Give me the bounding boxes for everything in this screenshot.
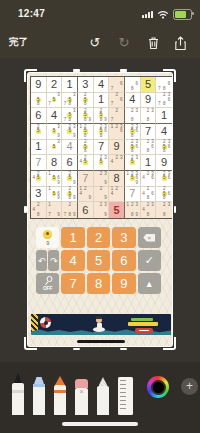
candidate-marks: 58 [32, 93, 46, 107]
cell-r5c2[interactable]: 35 [47, 140, 63, 156]
candidate-marks: 2368 [141, 140, 155, 154]
cell-r2c9[interactable]: 23678 [156, 93, 172, 109]
lifebuoy-icon [40, 317, 51, 328]
cell-r5c7[interactable]: 23568 [125, 140, 141, 156]
key-9[interactable]: 9 [112, 273, 135, 294]
given-digit: 1 [35, 141, 41, 152]
given-digit: 6 [67, 157, 73, 168]
undo-icon[interactable]: ↺ [87, 35, 103, 51]
candidate-marks: 239 [94, 172, 108, 186]
cell-r8c4[interactable]: 1249 [78, 187, 94, 203]
crop-handle-bottom-right[interactable] [163, 337, 176, 350]
crop-handle-top-2[interactable] [120, 69, 127, 72]
cell-r3c8[interactable]: 238 [141, 108, 157, 124]
cell-r7c4[interactable]: 7 [78, 171, 94, 187]
given-digit: 9 [161, 157, 167, 168]
entered-digit: 5 [114, 205, 120, 216]
candidate-marks: 239 [94, 203, 108, 218]
cell-r6c4[interactable]: 245 [78, 155, 94, 171]
candidate-marks: 2789 [63, 203, 77, 218]
selected-color-swatch [151, 380, 166, 395]
cell-r2c6[interactable]: 267 [109, 93, 125, 109]
key-2[interactable]: 2 [87, 227, 110, 248]
screenshot-markup-editor: 12:47 完了 ↺ ↻ 9213467685678583573 [0, 0, 200, 433]
cell-r4c9[interactable]: 4 [156, 124, 172, 140]
cell-r5c4[interactable]: 258 [78, 140, 94, 156]
cell-r9c8[interactable]: 2348 [141, 202, 157, 218]
candidate-marks: 267 [110, 93, 124, 107]
lasso-tool[interactable] [97, 377, 109, 415]
crop-handle-bottom[interactable] [73, 348, 80, 351]
candidate-marks: 2468 [141, 187, 155, 201]
candidate-marks: 238 [126, 109, 140, 123]
redo-icon[interactable]: ↻ [116, 35, 132, 51]
cell-r9c5[interactable]: 239 [94, 202, 110, 218]
trash-icon[interactable] [145, 35, 161, 51]
given-digit: 4 [129, 94, 135, 105]
given-digit: 6 [35, 110, 41, 121]
candidate-marks: 23568 [157, 140, 172, 154]
candidate-marks: 2589 [63, 187, 77, 201]
cell-r1c2[interactable]: 2 [47, 77, 63, 93]
cell-r4c2[interactable]: 359 [47, 124, 63, 140]
candidate-marks: 238 [141, 109, 155, 123]
key-1[interactable]: 1 [61, 227, 84, 248]
ruler-icon [118, 377, 133, 415]
candidate-marks: 235 [94, 156, 108, 170]
cell-r5c9[interactable]: 23568 [156, 140, 172, 156]
crop-handle-right[interactable] [174, 206, 177, 213]
number-pad: 9 1 2 3 × ↶ ↷ 4 5 6 ✓ [36, 227, 161, 294]
cell-r8c7[interactable]: 7 [125, 187, 141, 203]
candidate-marks: 1569 [47, 172, 61, 186]
highlighter-icon [34, 377, 44, 384]
cell-r7c8[interactable]: 2346 [141, 171, 157, 187]
candidate-marks: 248 [32, 203, 46, 218]
cell-r8c1[interactable]: 3 [31, 187, 47, 203]
cell-r6c6[interactable]: 234 [109, 155, 125, 171]
candidate-marks: 124 [110, 187, 124, 201]
candidate-marks: 68 [126, 78, 140, 92]
given-digit: 5 [145, 79, 151, 90]
cell-r9c7[interactable]: 12389 [125, 202, 141, 218]
given-digit: 9 [145, 94, 151, 105]
keypad-undo-button[interactable]: ↶ [36, 250, 47, 271]
cell-r3c3[interactable]: 3578 [62, 108, 78, 124]
cell-r4c3[interactable]: 2359 [62, 124, 78, 140]
given-digit: 8 [51, 157, 57, 168]
cell-r9c1[interactable]: 248 [31, 202, 47, 218]
cell-r8c6[interactable]: 124 [109, 187, 125, 203]
cell-r6c2[interactable]: 8 [47, 155, 63, 171]
undo-redo-group: ↶ ↷ [36, 250, 59, 271]
cell-r6c8[interactable]: 1 [141, 155, 157, 171]
candidate-marks: 23568 [94, 125, 108, 139]
status-bar: 12:47 [0, 0, 200, 30]
cell-r5c1[interactable]: 1 [31, 140, 47, 156]
candidate-marks: 259 [63, 172, 77, 186]
color-well[interactable] [147, 376, 169, 398]
cell-r9c6[interactable]: 5 [109, 202, 125, 218]
cell-r5c8[interactable]: 2368 [141, 140, 157, 156]
candidate-marks: 357 [47, 93, 61, 107]
candidate-marks: 35 [47, 140, 61, 154]
ad-banner[interactable] [31, 314, 171, 335]
candidate-marks: 27 [110, 109, 124, 123]
cell-r4c8[interactable]: 7 [141, 124, 157, 140]
wifi-icon [157, 10, 169, 19]
cell-r1c8[interactable]: 5 [141, 77, 157, 93]
backspace-button[interactable]: × [138, 227, 161, 248]
cell-r6c1[interactable]: 7 [31, 155, 47, 171]
clock: 12:47 [18, 8, 45, 19]
cell-r2c8[interactable]: 9 [141, 93, 157, 109]
cell-r4c6[interactable]: 1236 [109, 124, 125, 140]
candidate-marks: 3578 [63, 109, 77, 123]
cell-r9c2[interactable]: 179 [47, 202, 63, 218]
cell-r3c6[interactable]: 27 [109, 108, 125, 124]
crop-handle-bottom-2[interactable] [120, 348, 127, 351]
crop-handle-bottom-left[interactable] [24, 337, 37, 350]
crop-handle-top[interactable] [73, 69, 80, 72]
ad-cta-button[interactable] [135, 328, 153, 334]
pen-tool[interactable] [12, 373, 24, 415]
given-digit: 6 [82, 205, 88, 216]
edit-toolbar: 完了 ↺ ↻ [0, 30, 200, 58]
cell-r7c7[interactable]: 123569 [125, 171, 141, 187]
cell-r2c5[interactable]: 1 [94, 93, 110, 109]
candidate-marks: 1569 [47, 187, 61, 201]
cell-r9c4[interactable]: 6 [78, 202, 94, 218]
given-digit: 2 [51, 79, 57, 90]
cell-r5c3[interactable]: 4 [62, 140, 78, 156]
cell-r8c3[interactable]: 2589 [62, 187, 78, 203]
candidate-marks: 359 [47, 125, 61, 139]
given-digit: 7 [98, 141, 104, 152]
eraser-tool[interactable]: × [75, 379, 88, 415]
given-digit: 4 [51, 110, 57, 121]
crop-handle-top-right[interactable] [163, 69, 176, 82]
candidate-marks: 238 [157, 203, 172, 218]
confirm-button[interactable]: ✓ [138, 250, 161, 271]
cell-r4c5[interactable]: 23568 [94, 124, 110, 140]
battery-icon [173, 9, 192, 20]
cell-r3c5[interactable]: 2589 [94, 108, 110, 124]
cell-r7c1[interactable]: 245 [31, 171, 47, 187]
candidate-marks: 1236 [110, 125, 124, 139]
cell-r1c6[interactable]: 67 [109, 77, 125, 93]
cell-r3c2[interactable]: 4 [47, 108, 63, 124]
ruler-tool[interactable] [118, 377, 133, 415]
entered-digit: 7 [129, 188, 135, 199]
add-tool-button[interactable]: + [181, 378, 198, 395]
cell-r1c7[interactable]: 68 [125, 77, 141, 93]
cell-r8c5[interactable]: 29 [94, 187, 110, 203]
candidate-marks: 23568 [126, 140, 140, 154]
candidate-marks: 1249 [79, 187, 93, 201]
cell-r7c2[interactable]: 1569 [47, 171, 63, 187]
candidate-marks: 29 [94, 187, 108, 201]
cell-r6c9[interactable]: 9 [156, 155, 172, 171]
candidate-marks: 234 [110, 156, 124, 170]
candidate-marks: 258 [79, 140, 93, 154]
candidate-marks: 12389 [126, 203, 140, 218]
hint-button[interactable]: 9 [36, 227, 59, 248]
cell-r5c5[interactable]: 7 [94, 140, 110, 156]
entered-digit: 7 [82, 173, 88, 184]
cell-r6c5[interactable]: 235 [94, 155, 110, 171]
entered-digit: 7 [35, 157, 41, 168]
cell-r3c1[interactable]: 6 [31, 108, 47, 124]
key-6[interactable]: 6 [112, 250, 135, 271]
candidate-marks: 245 [32, 172, 46, 186]
pencil-tool[interactable] [54, 376, 66, 415]
cell-r8c9[interactable]: 2568 [156, 187, 172, 203]
given-digit: 7 [145, 126, 151, 137]
screenshot-card: 9213467685678583573578258126749236786435… [27, 72, 173, 347]
key-4[interactable]: 4 [61, 250, 84, 271]
key-5[interactable]: 5 [87, 250, 110, 271]
cell-r1c4[interactable]: 3 [78, 77, 94, 93]
pen-icon [14, 373, 22, 383]
pin-state-label: OFF [43, 286, 53, 291]
cell-r8c2[interactable]: 1569 [47, 187, 63, 203]
cell-r2c4[interactable]: 258 [78, 93, 94, 109]
candidate-marks: 2348 [141, 203, 155, 218]
cell-r7c9[interactable]: 2356 [156, 171, 172, 187]
candidate-marks: 123569 [126, 172, 140, 186]
candidate-marks: 179 [47, 203, 61, 218]
given-digit: 3 [82, 79, 88, 90]
candidate-marks: 3578 [63, 93, 77, 107]
cell-r2c7[interactable]: 4 [125, 93, 141, 109]
given-digit: 8 [114, 173, 120, 184]
cell-r2c3[interactable]: 3578 [62, 93, 78, 109]
given-digit: 1 [145, 157, 151, 168]
cell-r3c9[interactable]: 1 [156, 108, 172, 124]
candidate-marks: 2589 [79, 109, 93, 123]
candidate-marks: 2359 [63, 125, 77, 139]
crop-handle-left[interactable] [24, 206, 27, 213]
eraser-icon [75, 379, 88, 388]
given-digit: 3 [35, 188, 41, 199]
pencil-icon [55, 376, 65, 385]
cell-r7c6[interactable]: 8 [109, 171, 125, 187]
editor-canvas: 9213467685678583573578258126749236786435… [0, 58, 200, 362]
given-digit: 4 [161, 126, 167, 137]
candidate-marks: 2346 [141, 172, 155, 186]
cell-r4c4[interactable]: 1258 [78, 124, 94, 140]
hint-count: 9 [46, 240, 49, 246]
cellular-signal-icon [142, 10, 153, 18]
candidate-marks: 245 [79, 156, 93, 170]
cell-r5c6[interactable]: 9 [109, 140, 125, 156]
cell-r6c7[interactable]: 235 [125, 155, 141, 171]
cell-r4c7[interactable]: 23568 [125, 124, 141, 140]
share-icon[interactable] [172, 35, 188, 51]
cell-r1c3[interactable]: 1 [62, 77, 78, 93]
given-digit: 1 [67, 79, 73, 90]
home-indicator [62, 422, 138, 426]
sudoku-grid: 9213467685678583573578258126749236786435… [30, 76, 173, 219]
given-digit: 1 [161, 110, 167, 121]
cell-r3c7[interactable]: 238 [125, 108, 141, 124]
candidate-marks: 2356 [157, 172, 172, 186]
collapse-keypad-button[interactable]: ▲ [138, 273, 161, 294]
done-button[interactable]: 完了 [9, 36, 28, 49]
hint-key-icon [43, 230, 52, 239]
keypad-redo-button[interactable]: ↷ [48, 250, 59, 271]
captured-home-indicator [77, 340, 125, 343]
cell-r1c5[interactable]: 4 [94, 77, 110, 93]
lasso-icon [99, 377, 108, 386]
entered-digit: 4 [67, 141, 73, 152]
given-digit: 9 [114, 141, 120, 152]
given-digit: 4 [98, 79, 104, 90]
cell-r2c1[interactable]: 58 [31, 93, 47, 109]
cell-r9c9[interactable]: 238 [156, 202, 172, 218]
key-3[interactable]: 3 [112, 227, 135, 248]
candidate-marks: 23678 [157, 93, 172, 107]
key-7[interactable]: 7 [61, 273, 84, 294]
key-8[interactable]: 8 [87, 273, 110, 294]
cell-r3c4[interactable]: 2589 [78, 108, 94, 124]
pencil-pin-toggle[interactable]: OFF [36, 273, 59, 294]
candidate-marks: 67 [110, 78, 124, 92]
candidate-marks: 2568 [157, 187, 172, 201]
candidate-marks: 2589 [94, 109, 108, 123]
cell-r6c3[interactable]: 6 [62, 155, 78, 171]
cell-r9c3[interactable]: 2789 [62, 202, 78, 218]
highlighter-tool[interactable] [33, 377, 45, 415]
candidate-marks: 1258 [79, 125, 93, 139]
cell-r7c5[interactable]: 239 [94, 171, 110, 187]
crop-handle-top-left[interactable] [24, 69, 37, 82]
candidate-marks: 258 [79, 93, 93, 107]
cell-r7c3[interactable]: 259 [62, 171, 78, 187]
given-digit: 1 [98, 94, 104, 105]
backspace-icon: × [143, 234, 155, 242]
candidate-marks: 235 [126, 156, 140, 170]
cell-r2c2[interactable]: 357 [47, 93, 63, 109]
candidate-marks: 23568 [126, 125, 140, 139]
cell-r8c8[interactable]: 2468 [141, 187, 157, 203]
cell-r4c1[interactable]: 25 [31, 124, 47, 140]
candidate-marks: 25 [32, 125, 46, 139]
